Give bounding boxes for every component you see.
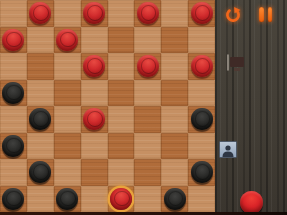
square-c2r1[interactable]: [54, 27, 81, 54]
square-c1r7: [27, 186, 54, 213]
square-c5r0[interactable]: [134, 0, 161, 27]
square-c1r2[interactable]: [27, 53, 54, 80]
red-piece-selected[interactable]: [110, 188, 132, 210]
black-piece[interactable]: [29, 161, 51, 183]
black-piece[interactable]: [56, 188, 78, 210]
square-c0r4: [0, 106, 27, 133]
red-piece[interactable]: [191, 55, 213, 77]
red-piece[interactable]: [83, 108, 105, 130]
square-c1r5: [27, 133, 54, 160]
square-c3r1: [81, 27, 108, 54]
red-piece[interactable]: [83, 2, 105, 24]
red-piece[interactable]: [29, 2, 51, 24]
square-c5r7: [134, 186, 161, 213]
square-c3r0[interactable]: [81, 0, 108, 27]
pause-icon: [259, 7, 264, 22]
square-c0r5[interactable]: [0, 133, 27, 160]
square-c6r7[interactable]: [161, 186, 188, 213]
square-c4r4: [108, 106, 135, 133]
checkers-app: [0, 0, 287, 215]
square-c5r1: [134, 27, 161, 54]
restart-button[interactable]: [224, 6, 242, 24]
square-c7r7: [188, 186, 215, 213]
square-c2r7[interactable]: [54, 186, 81, 213]
square-c5r6[interactable]: [134, 159, 161, 186]
square-c7r3: [188, 80, 215, 107]
black-piece[interactable]: [191, 108, 213, 130]
restart-icon: [224, 12, 242, 27]
red-piece[interactable]: [137, 55, 159, 77]
pause-icon: [268, 7, 273, 22]
square-c5r4[interactable]: [134, 106, 161, 133]
square-c1r3: [27, 80, 54, 107]
square-c6r0: [161, 0, 188, 27]
square-c0r2: [0, 53, 27, 80]
square-c3r4[interactable]: [81, 106, 108, 133]
square-c5r2[interactable]: [134, 53, 161, 80]
sidebar: [215, 0, 287, 212]
square-c6r1[interactable]: [161, 27, 188, 54]
board-bottom-edge: [0, 212, 287, 215]
square-c3r7: [81, 186, 108, 213]
square-c7r0[interactable]: [188, 0, 215, 27]
square-c2r4: [54, 106, 81, 133]
square-c7r4[interactable]: [188, 106, 215, 133]
square-c3r2[interactable]: [81, 53, 108, 80]
black-piece[interactable]: [191, 161, 213, 183]
turn-indicator-red-piece: [240, 191, 263, 214]
square-c4r6: [108, 159, 135, 186]
monitor-button[interactable]: [218, 52, 238, 73]
square-c4r3[interactable]: [108, 80, 135, 107]
square-c6r2: [161, 53, 188, 80]
square-c4r1[interactable]: [108, 27, 135, 54]
black-piece[interactable]: [164, 188, 186, 210]
square-c2r6: [54, 159, 81, 186]
square-c0r0: [0, 0, 27, 27]
square-c6r3[interactable]: [161, 80, 188, 107]
square-c5r5: [134, 133, 161, 160]
square-c7r1: [188, 27, 215, 54]
square-c4r0: [108, 0, 135, 27]
square-c0r7[interactable]: [0, 186, 27, 213]
square-c4r2: [108, 53, 135, 80]
square-c0r1[interactable]: [0, 27, 27, 54]
square-c7r5: [188, 133, 215, 160]
red-piece[interactable]: [137, 2, 159, 24]
square-c3r6[interactable]: [81, 159, 108, 186]
square-c0r6: [0, 159, 27, 186]
pause-button[interactable]: [259, 7, 273, 23]
red-piece[interactable]: [191, 2, 213, 24]
square-c2r5[interactable]: [54, 133, 81, 160]
square-c0r3[interactable]: [0, 80, 27, 107]
square-c3r3: [81, 80, 108, 107]
square-c6r5[interactable]: [161, 133, 188, 160]
square-c6r6: [161, 159, 188, 186]
square-c4r7[interactable]: [108, 186, 135, 213]
square-c7r6[interactable]: [188, 159, 215, 186]
square-c2r3[interactable]: [54, 80, 81, 107]
square-c2r2: [54, 53, 81, 80]
square-c1r4[interactable]: [27, 106, 54, 133]
black-piece[interactable]: [2, 135, 24, 157]
square-c1r6[interactable]: [27, 159, 54, 186]
red-piece[interactable]: [2, 29, 24, 51]
player-button[interactable]: [219, 141, 237, 158]
red-piece[interactable]: [56, 29, 78, 51]
square-c3r5: [81, 133, 108, 160]
board: [0, 0, 215, 212]
square-c1r0[interactable]: [27, 0, 54, 27]
black-piece[interactable]: [29, 108, 51, 130]
square-c5r3: [134, 80, 161, 107]
monitor-icon: [227, 54, 229, 71]
square-c6r4: [161, 106, 188, 133]
square-c1r1: [27, 27, 54, 54]
square-c2r0: [54, 0, 81, 27]
square-c7r2[interactable]: [188, 53, 215, 80]
square-c4r5[interactable]: [108, 133, 135, 160]
black-piece[interactable]: [2, 188, 24, 210]
person-icon: [219, 141, 237, 158]
black-piece[interactable]: [2, 82, 24, 104]
red-piece[interactable]: [83, 55, 105, 77]
